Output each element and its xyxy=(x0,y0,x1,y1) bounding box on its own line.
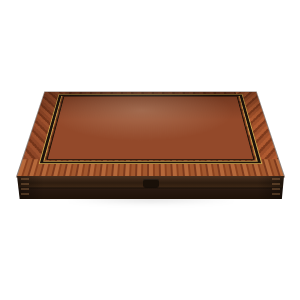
board-grid xyxy=(47,97,253,160)
board-lid-top-face xyxy=(17,92,284,177)
box-front-side xyxy=(17,176,284,199)
finger-joint-right xyxy=(272,178,280,197)
finger-joint-left xyxy=(21,178,29,197)
clasp xyxy=(143,179,159,187)
board-lid-perspective xyxy=(17,92,284,177)
product-photo-chessboard-box xyxy=(0,0,300,300)
